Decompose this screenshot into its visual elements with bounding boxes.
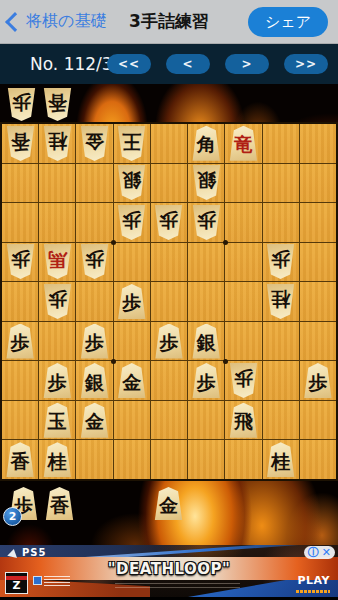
board-cell[interactable]: 歩 — [76, 322, 112, 361]
board-cell[interactable]: 歩 — [151, 203, 187, 242]
board-cell[interactable]: 歩 — [263, 243, 299, 282]
shogi-piece-角-sente[interactable]: 角 — [191, 126, 222, 161]
board-cell[interactable] — [76, 282, 112, 321]
shogi-piece-歩-gote[interactable]: 歩 — [79, 244, 110, 279]
hand-slot: 金 — [153, 487, 184, 520]
board-cell[interactable]: 香 — [2, 440, 38, 479]
hand-piece-香[interactable]: 香 — [42, 88, 73, 121]
ad-game-title: "DEATHLOOP" — [108, 560, 231, 578]
board-cell[interactable] — [300, 401, 336, 440]
board-cell[interactable] — [263, 164, 299, 203]
board-cell[interactable] — [39, 164, 75, 203]
board-cell[interactable] — [300, 124, 336, 163]
board-cell[interactable] — [188, 243, 224, 282]
board-cell[interactable] — [188, 401, 224, 440]
board-cell[interactable]: 飛 — [225, 401, 261, 440]
shogi-piece-歩-sente[interactable]: 歩 — [302, 363, 333, 398]
shogi-piece-歩-sente[interactable]: 歩 — [42, 363, 73, 398]
gote-hand-tray: 歩香 — [6, 88, 73, 121]
hand-count-badge: 2 — [3, 507, 22, 526]
shogi-piece-桂-sente[interactable]: 桂 — [265, 442, 296, 477]
ad-platform-logos — [33, 576, 70, 586]
board-cell[interactable] — [151, 164, 187, 203]
board-cell[interactable] — [2, 361, 38, 400]
board-cell[interactable]: 歩 — [39, 361, 75, 400]
next-problem-button[interactable]: > — [225, 54, 269, 74]
board-cell[interactable] — [39, 203, 75, 242]
board-cell[interactable]: 銀 — [76, 361, 112, 400]
board-cell[interactable]: 歩 — [2, 243, 38, 282]
ad-info-icon[interactable]: ⓘ — [308, 547, 319, 558]
shogi-piece-香-sente[interactable]: 香 — [5, 442, 36, 477]
app-screen: 3手詰練習 将棋の基礎 シェア No. 112/300 << < > >> 歩香… — [0, 0, 338, 600]
first-problem-button[interactable]: << — [107, 54, 151, 74]
board-cell[interactable]: 歩 — [151, 322, 187, 361]
shogi-piece-馬-gote[interactable]: 馬 — [42, 244, 73, 279]
shogi-piece-香-gote[interactable]: 香 — [5, 126, 36, 161]
hand-slot: 歩2 — [8, 487, 39, 520]
ad-play-subtext — [296, 590, 330, 593]
shogi-piece-銀-sente[interactable]: 銀 — [79, 363, 110, 398]
shogi-piece-桂-sente[interactable]: 桂 — [42, 442, 73, 477]
board-cell[interactable] — [2, 164, 38, 203]
board-cell[interactable]: 歩 — [300, 361, 336, 400]
board-cell[interactable] — [300, 440, 336, 479]
pager-buttons: << < > >> — [107, 54, 328, 74]
board-cell[interactable]: 金 — [76, 124, 112, 163]
board-cell[interactable]: 玉 — [39, 401, 75, 440]
board-cell[interactable]: 銀 — [188, 322, 224, 361]
playstation-icon — [7, 548, 18, 558]
shogi-piece-金-sente[interactable]: 金 — [79, 403, 110, 438]
shogi-piece-桂-gote[interactable]: 桂 — [265, 284, 296, 319]
shogi-piece-王-gote[interactable]: 王 — [116, 126, 147, 161]
hand-slot: 歩 — [6, 88, 37, 121]
board-cell[interactable]: 馬 — [39, 243, 75, 282]
board-cell[interactable] — [300, 164, 336, 203]
shogi-piece-金-gote[interactable]: 金 — [79, 126, 110, 161]
board-grid: 香桂金王角竜銀銀歩歩歩歩馬歩歩歩歩桂歩歩歩銀歩銀金歩歩歩玉金飛香桂桂 — [2, 124, 336, 479]
board-cell[interactable] — [114, 401, 150, 440]
board-cell[interactable]: 桂 — [263, 440, 299, 479]
back-chevron-icon — [5, 12, 25, 32]
board-cell[interactable]: 歩 — [114, 203, 150, 242]
shogi-piece-歩-gote[interactable]: 歩 — [265, 244, 296, 279]
board-cell[interactable] — [263, 124, 299, 163]
board-cell[interactable] — [300, 322, 336, 361]
shogi-board: 香桂金王角竜銀銀歩歩歩歩馬歩歩歩歩桂歩歩歩銀歩銀金歩歩歩玉金飛香桂桂 — [0, 122, 338, 481]
ps5-logo: PS5 — [8, 547, 47, 558]
board-cell[interactable]: 歩 — [188, 203, 224, 242]
board-cell[interactable] — [263, 203, 299, 242]
board-cell[interactable]: 金 — [76, 401, 112, 440]
board-cell[interactable] — [114, 243, 150, 282]
board-cell[interactable] — [225, 164, 261, 203]
ad-close-icon[interactable]: ✕ — [322, 547, 331, 558]
board-cell[interactable] — [151, 243, 187, 282]
star-point — [223, 359, 228, 364]
shogi-piece-銀-sente[interactable]: 銀 — [191, 324, 222, 359]
board-cell[interactable] — [2, 203, 38, 242]
board-cell[interactable]: 歩 — [39, 282, 75, 321]
shogi-piece-歩-gote[interactable]: 歩 — [228, 363, 259, 398]
board-cell[interactable] — [263, 322, 299, 361]
board-cell[interactable] — [151, 440, 187, 479]
shogi-piece-飛-sente[interactable]: 飛 — [228, 403, 259, 438]
board-cell[interactable] — [225, 322, 261, 361]
board-cell[interactable]: 銀 — [188, 164, 224, 203]
board-cell[interactable] — [225, 440, 261, 479]
cero-rating-badge: Z — [5, 572, 28, 594]
sente-hand-tray: 歩2香金 — [8, 487, 184, 520]
shogi-piece-歩-sente[interactable]: 歩 — [153, 324, 184, 359]
board-cell[interactable]: 竜 — [225, 124, 261, 163]
ad-controls: ⓘ ✕ — [304, 546, 335, 559]
shogi-piece-金-sente[interactable]: 金 — [116, 363, 147, 398]
shogi-piece-歩-gote[interactable]: 歩 — [191, 205, 222, 240]
shogi-piece-竜-sente[interactable]: 竜 — [228, 126, 259, 161]
platform-logo-icon — [33, 576, 42, 585]
shogi-piece-玉-sente[interactable]: 玉 — [42, 403, 73, 438]
shogi-piece-歩-sente[interactable]: 歩 — [191, 363, 222, 398]
hand-slot: 香 — [44, 487, 75, 520]
board-cell[interactable] — [151, 282, 187, 321]
board-cell[interactable] — [263, 361, 299, 400]
shogi-piece-歩-gote[interactable]: 歩 — [42, 284, 73, 319]
board-cell[interactable] — [225, 203, 261, 242]
shogi-piece-銀-gote[interactable]: 銀 — [116, 165, 147, 200]
board-cell[interactable] — [225, 243, 261, 282]
board-cell[interactable] — [2, 401, 38, 440]
board-cell[interactable] — [114, 440, 150, 479]
back-button[interactable]: 将棋の基礎 — [8, 11, 106, 32]
board-cell[interactable] — [76, 440, 112, 479]
last-problem-button[interactable]: >> — [284, 54, 328, 74]
board-cell[interactable]: 銀 — [114, 164, 150, 203]
ad-play-button[interactable]: PLAY — [298, 574, 331, 587]
shogi-piece-歩-sente[interactable]: 歩 — [79, 324, 110, 359]
shogi-piece-歩-sente[interactable]: 歩 — [5, 324, 36, 359]
navigation-bar: 3手詰練習 将棋の基礎 シェア — [0, 0, 338, 44]
back-label: 将棋の基礎 — [26, 11, 106, 32]
board-cell[interactable] — [300, 282, 336, 321]
board-cell[interactable]: 香 — [2, 124, 38, 163]
board-cell[interactable] — [300, 243, 336, 282]
board-cell[interactable] — [225, 282, 261, 321]
shogi-piece-歩-gote[interactable]: 歩 — [116, 205, 147, 240]
board-cell[interactable] — [76, 203, 112, 242]
hand-slot: 香 — [42, 88, 73, 121]
ad-legal-text — [115, 583, 240, 591]
shogi-piece-歩-gote[interactable]: 歩 — [153, 205, 184, 240]
board-cell[interactable] — [151, 401, 187, 440]
board-cell[interactable]: 歩 — [114, 282, 150, 321]
board-cell[interactable] — [188, 440, 224, 479]
board-cell[interactable]: 歩 — [188, 361, 224, 400]
board-cell[interactable]: 桂 — [39, 124, 75, 163]
hand-piece-香[interactable]: 香 — [44, 487, 75, 520]
rating-letter: Z — [13, 580, 21, 591]
board-cell[interactable]: 桂 — [263, 282, 299, 321]
ad-banner[interactable]: "DEATHLOOP" PS5 Z PLAY ⓘ ✕ — [0, 545, 338, 597]
board-cell[interactable] — [300, 203, 336, 242]
board-cell[interactable] — [263, 401, 299, 440]
board-cell[interactable]: 角 — [188, 124, 224, 163]
board-cell[interactable] — [151, 361, 187, 400]
pager-bar: No. 112/300 << < > >> — [0, 44, 338, 84]
board-cell[interactable] — [114, 322, 150, 361]
hand-piece-金[interactable]: 金 — [153, 487, 184, 520]
shogi-piece-歩-sente[interactable]: 歩 — [116, 284, 147, 319]
board-cell[interactable]: 歩 — [225, 361, 261, 400]
ps5-label: PS5 — [22, 547, 47, 558]
share-button[interactable]: シェア — [248, 7, 328, 37]
board-cell[interactable] — [151, 124, 187, 163]
board-cell[interactable] — [76, 164, 112, 203]
prev-problem-button[interactable]: < — [166, 54, 210, 74]
shogi-piece-歩-gote[interactable]: 歩 — [5, 244, 36, 279]
board-cell[interactable]: 王 — [114, 124, 150, 163]
ad-fine-print — [44, 576, 70, 586]
shogi-piece-桂-gote[interactable]: 桂 — [42, 126, 73, 161]
hand-piece-歩[interactable]: 歩 — [6, 88, 37, 121]
board-cell[interactable]: 桂 — [39, 440, 75, 479]
board-cell[interactable]: 金 — [114, 361, 150, 400]
board-cell[interactable] — [188, 282, 224, 321]
board-cell[interactable] — [39, 322, 75, 361]
board-cell[interactable]: 歩 — [2, 322, 38, 361]
board-cell[interactable]: 歩 — [76, 243, 112, 282]
board-cell[interactable] — [2, 282, 38, 321]
shogi-piece-銀-gote[interactable]: 銀 — [191, 165, 222, 200]
